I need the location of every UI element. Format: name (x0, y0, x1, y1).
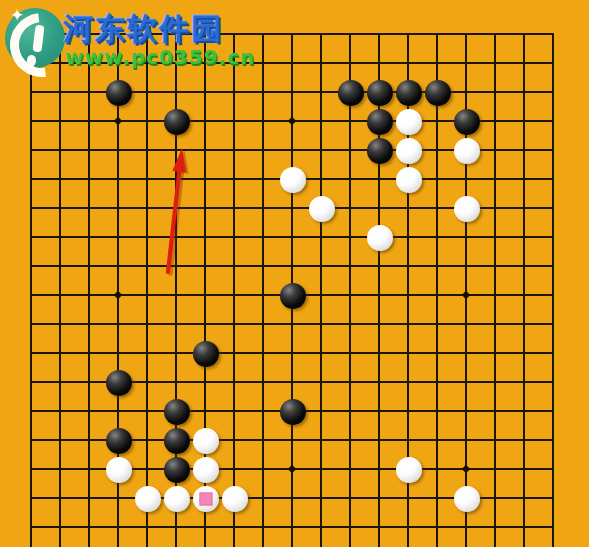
board-point[interactable] (249, 484, 278, 513)
board-point[interactable] (191, 78, 220, 107)
board-point[interactable] (423, 20, 452, 49)
board-point[interactable] (133, 310, 162, 339)
board-point[interactable] (307, 78, 336, 107)
board-point[interactable] (423, 339, 452, 368)
board-point[interactable] (278, 136, 307, 165)
board-point[interactable] (75, 107, 104, 136)
board-point[interactable] (365, 78, 394, 107)
board-point[interactable] (510, 223, 539, 252)
board-point[interactable] (539, 252, 568, 281)
black-stone[interactable] (367, 138, 393, 164)
board-point[interactable] (46, 426, 75, 455)
board-point[interactable] (191, 281, 220, 310)
board-point[interactable] (336, 49, 365, 78)
board-point[interactable] (510, 20, 539, 49)
board-point[interactable] (75, 252, 104, 281)
board-point[interactable] (220, 252, 249, 281)
board-point[interactable] (365, 484, 394, 513)
board-point[interactable] (249, 136, 278, 165)
board-point[interactable] (249, 165, 278, 194)
board-point[interactable] (452, 310, 481, 339)
board-point[interactable] (220, 339, 249, 368)
board-point[interactable] (249, 281, 278, 310)
board-point[interactable] (394, 223, 423, 252)
board-point[interactable] (104, 368, 133, 397)
black-stone[interactable] (193, 341, 219, 367)
board-point[interactable] (133, 223, 162, 252)
board-point[interactable] (452, 136, 481, 165)
board-point[interactable] (394, 281, 423, 310)
board-point[interactable] (191, 252, 220, 281)
board-point[interactable] (394, 513, 423, 542)
board-point[interactable] (278, 223, 307, 252)
board-point[interactable] (278, 107, 307, 136)
board-point[interactable] (510, 426, 539, 455)
board-point[interactable] (452, 281, 481, 310)
board-point[interactable] (278, 368, 307, 397)
board-point[interactable] (423, 368, 452, 397)
black-stone[interactable] (106, 428, 132, 454)
board-point[interactable] (191, 310, 220, 339)
board-point[interactable] (365, 455, 394, 484)
board-point[interactable] (336, 194, 365, 223)
board-point[interactable] (220, 542, 249, 547)
board-point[interactable] (539, 223, 568, 252)
black-stone[interactable] (280, 283, 306, 309)
board-point[interactable] (539, 368, 568, 397)
board-point[interactable] (104, 455, 133, 484)
board-point[interactable] (75, 368, 104, 397)
board-point[interactable] (75, 194, 104, 223)
board-point[interactable] (104, 397, 133, 426)
board-point[interactable] (191, 542, 220, 547)
board-point[interactable] (539, 194, 568, 223)
board-point[interactable] (336, 455, 365, 484)
board-point[interactable] (423, 107, 452, 136)
board-point[interactable] (510, 49, 539, 78)
board-point[interactable] (539, 281, 568, 310)
board-point[interactable] (191, 339, 220, 368)
board-point[interactable] (481, 368, 510, 397)
board-point[interactable] (336, 165, 365, 194)
board-point[interactable] (394, 455, 423, 484)
board-point[interactable] (423, 136, 452, 165)
board-point[interactable] (104, 426, 133, 455)
board-point[interactable] (249, 426, 278, 455)
board-point[interactable] (133, 165, 162, 194)
board-point[interactable] (220, 397, 249, 426)
board-point[interactable] (394, 107, 423, 136)
board-point[interactable] (307, 368, 336, 397)
board-point[interactable] (278, 310, 307, 339)
board-point[interactable] (307, 194, 336, 223)
board-point[interactable] (162, 165, 191, 194)
white-stone[interactable] (309, 196, 335, 222)
board-point[interactable] (307, 165, 336, 194)
board-point[interactable] (220, 310, 249, 339)
board-point[interactable] (249, 252, 278, 281)
board-point[interactable] (46, 455, 75, 484)
board-point[interactable] (249, 107, 278, 136)
board-point[interactable] (336, 78, 365, 107)
board-point[interactable] (307, 339, 336, 368)
board-point[interactable] (220, 223, 249, 252)
board-point[interactable] (365, 310, 394, 339)
board-point[interactable] (510, 513, 539, 542)
board-point[interactable] (249, 397, 278, 426)
board-point[interactable] (220, 455, 249, 484)
board-point[interactable] (307, 20, 336, 49)
board-point[interactable] (336, 368, 365, 397)
board-point[interactable] (75, 455, 104, 484)
board-point[interactable] (481, 484, 510, 513)
board-point[interactable] (249, 542, 278, 547)
board-point[interactable] (481, 194, 510, 223)
board-point[interactable] (336, 513, 365, 542)
board-point[interactable] (452, 194, 481, 223)
black-stone[interactable] (338, 80, 364, 106)
board-point[interactable] (452, 223, 481, 252)
board-point[interactable] (17, 368, 46, 397)
board-point[interactable] (394, 310, 423, 339)
white-stone[interactable] (454, 196, 480, 222)
white-stone[interactable] (396, 138, 422, 164)
board-point[interactable] (17, 252, 46, 281)
board-point[interactable] (365, 542, 394, 547)
black-stone[interactable] (367, 80, 393, 106)
board-point[interactable] (336, 426, 365, 455)
board-point[interactable] (365, 107, 394, 136)
board-point[interactable] (307, 455, 336, 484)
board-point[interactable] (539, 107, 568, 136)
board-point[interactable] (162, 339, 191, 368)
board-point[interactable] (452, 107, 481, 136)
black-stone[interactable] (106, 370, 132, 396)
board-point[interactable] (481, 165, 510, 194)
board-point[interactable] (75, 165, 104, 194)
board-point[interactable] (539, 20, 568, 49)
board-point[interactable] (481, 513, 510, 542)
board-point[interactable] (307, 49, 336, 78)
board-intersections[interactable] (17, 20, 568, 547)
board-point[interactable] (365, 339, 394, 368)
board-point[interactable] (394, 484, 423, 513)
board-point[interactable] (104, 194, 133, 223)
white-stone[interactable] (367, 225, 393, 251)
board-point[interactable] (220, 484, 249, 513)
white-stone[interactable] (135, 486, 161, 512)
board-point[interactable] (510, 78, 539, 107)
board-point[interactable] (278, 20, 307, 49)
board-point[interactable] (46, 252, 75, 281)
board-point[interactable] (75, 542, 104, 547)
board-point[interactable] (162, 513, 191, 542)
board-point[interactable] (46, 339, 75, 368)
black-stone[interactable] (367, 109, 393, 135)
board-point[interactable] (336, 223, 365, 252)
board-point[interactable] (104, 78, 133, 107)
board-point[interactable] (510, 136, 539, 165)
board-point[interactable] (510, 107, 539, 136)
board-point[interactable] (46, 281, 75, 310)
white-stone[interactable] (164, 486, 190, 512)
black-stone[interactable] (280, 399, 306, 425)
board-point[interactable] (249, 368, 278, 397)
board-point[interactable] (278, 78, 307, 107)
board-point[interactable] (510, 339, 539, 368)
board-point[interactable] (307, 281, 336, 310)
board-point[interactable] (539, 165, 568, 194)
black-stone[interactable] (454, 109, 480, 135)
board-point[interactable] (510, 194, 539, 223)
board-point[interactable] (394, 397, 423, 426)
board-point[interactable] (336, 484, 365, 513)
board-point[interactable] (17, 78, 46, 107)
board-point[interactable] (452, 339, 481, 368)
board-point[interactable] (191, 165, 220, 194)
board-point[interactable] (104, 136, 133, 165)
board-point[interactable] (481, 252, 510, 281)
go-board[interactable] (17, 20, 568, 547)
board-point[interactable] (539, 136, 568, 165)
board-point[interactable] (17, 281, 46, 310)
board-point[interactable] (162, 223, 191, 252)
board-point[interactable] (104, 252, 133, 281)
board-point[interactable] (278, 165, 307, 194)
board-point[interactable] (249, 455, 278, 484)
board-point[interactable] (481, 78, 510, 107)
board-point[interactable] (278, 397, 307, 426)
board-point[interactable] (394, 194, 423, 223)
black-stone[interactable] (425, 80, 451, 106)
board-point[interactable] (17, 165, 46, 194)
board-point[interactable] (423, 310, 452, 339)
board-point[interactable] (162, 484, 191, 513)
board-point[interactable] (481, 310, 510, 339)
board-point[interactable] (336, 339, 365, 368)
board-point[interactable] (481, 223, 510, 252)
board-point[interactable] (336, 397, 365, 426)
board-point[interactable] (423, 78, 452, 107)
board-point[interactable] (46, 368, 75, 397)
board-point[interactable] (162, 107, 191, 136)
board-point[interactable] (17, 194, 46, 223)
board-point[interactable] (162, 397, 191, 426)
board-point[interactable] (17, 542, 46, 547)
board-point[interactable] (220, 165, 249, 194)
black-stone[interactable] (164, 457, 190, 483)
black-stone[interactable] (106, 80, 132, 106)
board-point[interactable] (104, 223, 133, 252)
board-point[interactable] (336, 542, 365, 547)
board-point[interactable] (220, 107, 249, 136)
board-point[interactable] (307, 397, 336, 426)
board-point[interactable] (75, 223, 104, 252)
board-point[interactable] (133, 194, 162, 223)
board-point[interactable] (423, 281, 452, 310)
board-point[interactable] (394, 542, 423, 547)
board-point[interactable] (133, 252, 162, 281)
board-point[interactable] (220, 368, 249, 397)
board-point[interactable] (75, 310, 104, 339)
board-point[interactable] (75, 513, 104, 542)
board-point[interactable] (191, 136, 220, 165)
black-stone[interactable] (396, 80, 422, 106)
board-point[interactable] (307, 252, 336, 281)
board-point[interactable] (46, 513, 75, 542)
board-point[interactable] (539, 484, 568, 513)
board-point[interactable] (365, 136, 394, 165)
board-point[interactable] (452, 426, 481, 455)
white-stone[interactable] (396, 167, 422, 193)
board-point[interactable] (510, 252, 539, 281)
board-point[interactable] (452, 368, 481, 397)
board-point[interactable] (394, 78, 423, 107)
board-point[interactable] (481, 339, 510, 368)
board-point[interactable] (539, 310, 568, 339)
board-point[interactable] (46, 310, 75, 339)
white-stone[interactable] (193, 457, 219, 483)
board-point[interactable] (17, 136, 46, 165)
board-point[interactable] (17, 310, 46, 339)
board-point[interactable] (46, 165, 75, 194)
board-point[interactable] (133, 281, 162, 310)
board-point[interactable] (423, 252, 452, 281)
board-point[interactable] (452, 542, 481, 547)
board-point[interactable] (481, 455, 510, 484)
board-point[interactable] (423, 455, 452, 484)
board-point[interactable] (336, 310, 365, 339)
white-stone[interactable] (193, 428, 219, 454)
board-point[interactable] (278, 49, 307, 78)
board-point[interactable] (17, 339, 46, 368)
board-point[interactable] (481, 107, 510, 136)
board-point[interactable] (75, 397, 104, 426)
board-point[interactable] (365, 165, 394, 194)
board-point[interactable] (481, 397, 510, 426)
board-point[interactable] (539, 426, 568, 455)
board-point[interactable] (307, 310, 336, 339)
board-point[interactable] (249, 339, 278, 368)
board-point[interactable] (46, 136, 75, 165)
board-point[interactable] (307, 107, 336, 136)
board-point[interactable] (394, 165, 423, 194)
board-point[interactable] (104, 281, 133, 310)
board-point[interactable] (278, 194, 307, 223)
board-point[interactable] (394, 252, 423, 281)
board-point[interactable] (162, 252, 191, 281)
board-point[interactable] (452, 165, 481, 194)
board-point[interactable] (307, 426, 336, 455)
board-point[interactable] (249, 78, 278, 107)
board-point[interactable] (75, 484, 104, 513)
board-point[interactable] (46, 223, 75, 252)
board-point[interactable] (510, 281, 539, 310)
board-point[interactable] (365, 513, 394, 542)
board-point[interactable] (452, 484, 481, 513)
white-stone[interactable] (396, 457, 422, 483)
board-point[interactable] (220, 513, 249, 542)
board-point[interactable] (365, 20, 394, 49)
board-point[interactable] (510, 484, 539, 513)
board-point[interactable] (539, 49, 568, 78)
board-point[interactable] (452, 513, 481, 542)
board-point[interactable] (278, 455, 307, 484)
board-point[interactable] (191, 223, 220, 252)
board-point[interactable] (191, 455, 220, 484)
white-stone[interactable] (280, 167, 306, 193)
board-point[interactable] (46, 484, 75, 513)
board-point[interactable] (162, 194, 191, 223)
board-point[interactable] (17, 223, 46, 252)
board-point[interactable] (423, 542, 452, 547)
board-point[interactable] (133, 136, 162, 165)
board-point[interactable] (452, 49, 481, 78)
board-point[interactable] (365, 194, 394, 223)
board-point[interactable] (307, 136, 336, 165)
board-point[interactable] (220, 194, 249, 223)
board-point[interactable] (133, 107, 162, 136)
white-stone[interactable] (454, 138, 480, 164)
white-stone[interactable] (106, 457, 132, 483)
board-point[interactable] (539, 542, 568, 547)
board-point[interactable] (539, 339, 568, 368)
board-point[interactable] (510, 368, 539, 397)
board-point[interactable] (162, 542, 191, 547)
board-point[interactable] (17, 107, 46, 136)
board-point[interactable] (278, 484, 307, 513)
white-stone[interactable] (222, 486, 248, 512)
board-point[interactable] (75, 339, 104, 368)
board-point[interactable] (278, 426, 307, 455)
board-point[interactable] (191, 368, 220, 397)
board-point[interactable] (162, 281, 191, 310)
board-point[interactable] (278, 252, 307, 281)
board-point[interactable] (510, 310, 539, 339)
board-point[interactable] (481, 426, 510, 455)
black-stone[interactable] (164, 109, 190, 135)
board-point[interactable] (394, 368, 423, 397)
board-point[interactable] (191, 107, 220, 136)
board-point[interactable] (423, 513, 452, 542)
board-point[interactable] (162, 368, 191, 397)
board-point[interactable] (249, 223, 278, 252)
board-point[interactable] (365, 223, 394, 252)
board-point[interactable] (104, 339, 133, 368)
board-point[interactable] (423, 194, 452, 223)
board-point[interactable] (133, 426, 162, 455)
board-point[interactable] (133, 455, 162, 484)
board-point[interactable] (75, 281, 104, 310)
board-point[interactable] (249, 310, 278, 339)
board-point[interactable] (17, 455, 46, 484)
board-point[interactable] (539, 397, 568, 426)
board-point[interactable] (481, 281, 510, 310)
board-point[interactable] (133, 339, 162, 368)
board-point[interactable] (510, 165, 539, 194)
board-point[interactable] (17, 426, 46, 455)
black-stone[interactable] (164, 399, 190, 425)
board-point[interactable] (452, 455, 481, 484)
board-point[interactable] (423, 484, 452, 513)
board-point[interactable] (539, 78, 568, 107)
board-point[interactable] (394, 339, 423, 368)
board-point[interactable] (191, 426, 220, 455)
board-point[interactable] (104, 513, 133, 542)
board-point[interactable] (133, 542, 162, 547)
board-point[interactable] (394, 49, 423, 78)
board-point[interactable] (133, 368, 162, 397)
